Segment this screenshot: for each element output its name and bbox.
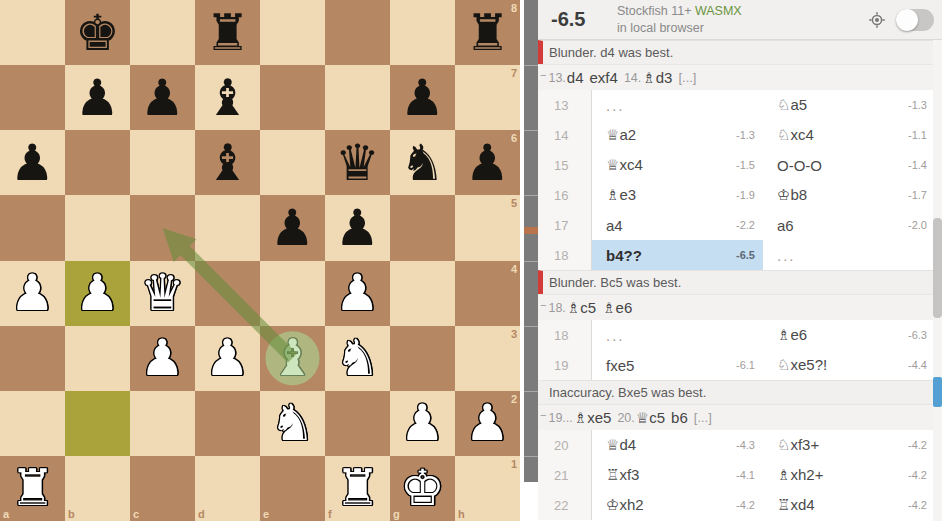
piece-white-f3[interactable]: ♞: [335, 333, 380, 383]
piece-white-g2[interactable]: ♟: [400, 398, 445, 448]
eval-gauge: [524, 0, 538, 521]
piece-black-d6[interactable]: ♝: [205, 138, 250, 188]
move-eval: -6.1: [736, 359, 755, 371]
variation-token: 13.: [548, 71, 565, 85]
variation-move[interactable]: ♗e6: [602, 299, 632, 317]
square-h4[interactable]: 4: [455, 261, 520, 326]
square-e5[interactable]: ♟: [260, 195, 325, 260]
file-label-f: f: [328, 508, 332, 520]
move-eval: -2.0: [908, 219, 927, 231]
rank-label-7: 7: [511, 67, 517, 79]
piece-black-a6[interactable]: ♟: [10, 138, 55, 188]
move-eval: -4.2: [908, 469, 927, 481]
gauge-tick: [524, 391, 538, 392]
white-move-cell[interactable]: b4??-6.5: [592, 240, 763, 270]
gauge-tick: [524, 130, 538, 131]
piece-white-h2[interactable]: ♟: [465, 398, 510, 448]
square-f5[interactable]: ♟: [325, 195, 390, 260]
square-f3[interactable]: ♞: [325, 326, 390, 391]
variation-token: [...]: [678, 70, 696, 85]
square-f2[interactable]: [325, 391, 390, 456]
black-move-cell[interactable]: ♗e6-6.3: [763, 320, 933, 350]
variation-token: 14.: [624, 71, 641, 85]
chess-board[interactable]: ♚♜♜8♟♟♝♟7♟♝♛♞♟6♟♟5♟♟♛♟4♟♟♝♞3♞♟♟2♜abcde♜f…: [0, 0, 520, 521]
scrollbar[interactable]: [933, 40, 942, 521]
collapse-dash: −: [540, 409, 546, 421]
variation-move[interactable]: ♗d3: [642, 69, 672, 87]
square-d2[interactable]: [195, 391, 260, 456]
move-san: fxe5: [606, 357, 634, 374]
rank-label-5: 5: [511, 197, 517, 209]
move-san: a6: [777, 217, 794, 234]
move-row: 22♔xh2-4.2♖xd4-4.2: [538, 490, 933, 520]
move-row: 18b4??-6.5...: [538, 240, 933, 270]
move-san: ♘xf3+: [777, 436, 819, 454]
move-san: a4: [606, 217, 623, 234]
black-move-cell[interactable]: ♔b8-1.7: [763, 180, 933, 210]
square-g5[interactable]: [390, 195, 455, 260]
piece-white-a1[interactable]: ♜: [10, 463, 55, 513]
move-eval: -6.5: [736, 249, 755, 261]
square-g3[interactable]: [390, 326, 455, 391]
rank-label-8: 8: [511, 2, 517, 14]
move-number: 18: [538, 240, 592, 270]
file-label-h: h: [458, 508, 465, 520]
square-e8[interactable]: [260, 0, 325, 65]
piece-black-f5[interactable]: ♟: [335, 203, 380, 253]
square-h2[interactable]: ♟2: [455, 391, 520, 456]
square-c1[interactable]: c: [130, 456, 195, 521]
square-b2[interactable]: [65, 391, 130, 456]
square-g2[interactable]: ♟: [390, 391, 455, 456]
square-d8[interactable]: ♜: [195, 0, 260, 65]
piece-white-f1[interactable]: ♜: [335, 463, 380, 513]
board-grid[interactable]: ♚♜♜8♟♟♝♟7♟♝♛♞♟6♟♟5♟♟♛♟4♟♟♝♞3♞♟♟2♜abcde♜f…: [0, 0, 520, 521]
engine-info: Stockfish 11+ WASMX in local browser: [617, 3, 867, 36]
piece-white-g1[interactable]: ♚: [400, 463, 445, 513]
square-e7[interactable]: [260, 65, 325, 130]
square-d6[interactable]: ♝: [195, 130, 260, 195]
white-move-cell[interactable]: fxe5-6.1: [592, 350, 763, 380]
move-number: 14: [538, 120, 592, 150]
square-a2[interactable]: [0, 391, 65, 456]
black-move-cell[interactable]: ...: [763, 240, 933, 270]
piece-black-h6[interactable]: ♟: [465, 138, 510, 188]
square-f7[interactable]: [325, 65, 390, 130]
square-c3[interactable]: ♟: [130, 326, 195, 391]
move-eval: -1.3: [908, 99, 927, 111]
piece-white-b4[interactable]: ♟: [75, 268, 120, 318]
variation-line[interactable]: −19...♗xe520.♕c5b6[...]: [538, 404, 933, 430]
square-a1[interactable]: ♜a: [0, 456, 65, 521]
rank-label-6: 6: [511, 132, 517, 144]
variation-line[interactable]: −18.♗c5♗e6: [538, 294, 933, 320]
piece-black-f6[interactable]: ♛: [335, 138, 380, 188]
piece-black-d8[interactable]: ♜: [205, 8, 250, 58]
square-h8[interactable]: ♜8: [455, 0, 520, 65]
square-c4[interactable]: ♛: [130, 261, 195, 326]
move-san: O-O-O: [777, 157, 822, 174]
move-row: 19fxe5-6.1♘xe5?!-4.4: [538, 350, 933, 380]
variation-token: 18.: [548, 301, 565, 315]
scrollbar-thumb-active[interactable]: [933, 377, 942, 407]
square-c6[interactable]: [130, 130, 195, 195]
black-move-cell[interactable]: ♖xd4-4.2: [763, 490, 933, 520]
move-number: 19: [538, 350, 592, 380]
gauge-tick: [524, 326, 538, 327]
rank-label-1: 1: [511, 458, 517, 470]
move-eval: -4.3: [736, 439, 755, 451]
variation-token: [...]: [694, 410, 712, 425]
eval-gauge-column: [520, 0, 538, 521]
gauge-tick: [524, 456, 538, 457]
square-g1[interactable]: ♚g: [390, 456, 455, 521]
black-move-cell[interactable]: ♘xf3+-4.2: [763, 430, 933, 460]
move-eval: -4.1: [736, 469, 755, 481]
variation-move[interactable]: ♕c5: [636, 409, 665, 427]
crosshair-icon[interactable]: [867, 10, 887, 30]
piece-white-d3[interactable]: ♟: [205, 333, 250, 383]
white-move-cell[interactable]: a4-2.2: [592, 210, 763, 240]
gauge-tick: [524, 65, 538, 66]
piece-white-a4[interactable]: ♟: [10, 268, 55, 318]
square-b3[interactable]: [65, 326, 130, 391]
move-san: b4??: [606, 247, 642, 264]
square-a7[interactable]: [0, 65, 65, 130]
move-eval: -1.7: [908, 189, 927, 201]
move-eval: -1.5: [736, 159, 755, 171]
move-number: 20: [538, 430, 592, 460]
square-g6[interactable]: ♞: [390, 130, 455, 195]
engine-name: Stockfish 11+: [617, 4, 691, 18]
piece-white-f4[interactable]: ♟: [335, 268, 380, 318]
black-move-cell[interactable]: O-O-O-1.4: [763, 150, 933, 180]
move-san: ♗e3: [606, 186, 636, 204]
move-san: ♗xh2+: [777, 466, 823, 484]
piece-black-g7[interactable]: ♟: [400, 73, 445, 123]
piece-white-e3[interactable]: ♝: [270, 333, 315, 383]
variation-token: 20.: [617, 411, 634, 425]
variation-move[interactable]: ♗xe5: [574, 409, 612, 427]
file-label-b: b: [68, 508, 75, 520]
move-san: ♗e6: [777, 326, 807, 344]
square-b1[interactable]: b: [65, 456, 130, 521]
toggle-knob[interactable]: [896, 9, 918, 31]
square-d1[interactable]: d: [195, 456, 260, 521]
gauge-white-section: [524, 482, 538, 521]
move-eval: -1.4: [908, 159, 927, 171]
black-move-cell[interactable]: ♘xe5?!-4.4: [763, 350, 933, 380]
piece-black-c7[interactable]: ♟: [140, 73, 185, 123]
annotation-comment-blunder: Blunder. d4 was best.: [538, 40, 933, 64]
move-eval: -4.2: [908, 499, 927, 511]
gauge-orange-tick: [524, 227, 538, 234]
gauge-tick: [524, 261, 538, 262]
file-label-e: e: [263, 508, 269, 520]
white-move-cell[interactable]: ♕d4-4.3: [592, 430, 763, 460]
move-list: Blunder. d4 was best.−13.d4exf414.♗d3[..…: [538, 40, 933, 521]
rank-label-4: 4: [511, 263, 517, 275]
collapse-dash: −: [540, 69, 546, 81]
square-f8[interactable]: [325, 0, 390, 65]
move-number: 22: [538, 490, 592, 520]
piece-white-e2[interactable]: ♞: [270, 398, 315, 448]
piece-black-g6[interactable]: ♞: [400, 138, 445, 188]
square-b5[interactable]: [65, 195, 130, 260]
move-san: ♘xe5?!: [777, 356, 827, 374]
piece-white-c3[interactable]: ♟: [140, 333, 185, 383]
square-c2[interactable]: [130, 391, 195, 456]
black-move-cell[interactable]: a6-2.0: [763, 210, 933, 240]
square-e2[interactable]: ♞: [260, 391, 325, 456]
black-move-cell[interactable]: ♗xh2+-4.2: [763, 460, 933, 490]
move-row: 17a4-2.2a6-2.0: [538, 210, 933, 240]
scrollbar-thumb[interactable]: [933, 218, 942, 318]
white-move-cell[interactable]: ♗e3-1.9: [592, 180, 763, 210]
move-row: 15♕xc4-1.5O-O-O-1.4: [538, 150, 933, 180]
square-e4[interactable]: [260, 261, 325, 326]
variation-move[interactable]: exf4: [590, 69, 618, 86]
move-number: 21: [538, 460, 592, 490]
white-move-cell[interactable]: ♕xc4-1.5: [592, 150, 763, 180]
move-eval: -1.1: [908, 129, 927, 141]
file-label-c: c: [133, 508, 139, 520]
move-row: 21♖xf3-4.1♗xh2+-4.2: [538, 460, 933, 490]
piece-black-e5[interactable]: ♟: [270, 203, 315, 253]
piece-black-d7[interactable]: ♝: [205, 73, 250, 123]
move-row: 20♕d4-4.3♘xf3+-4.2: [538, 430, 933, 460]
square-c8[interactable]: [130, 0, 195, 65]
white-move-cell[interactable]: ...: [592, 320, 763, 350]
engine-location: in local browser: [617, 20, 867, 36]
white-move-cell[interactable]: ♖xf3-4.1: [592, 460, 763, 490]
square-c5[interactable]: [130, 195, 195, 260]
move-row: 18...♗e6-6.3: [538, 320, 933, 350]
analysis-app: ♚♜♜8♟♟♝♟7♟♝♛♞♟6♟♟5♟♟♛♟4♟♟♝♞3♞♟♟2♜abcde♜f…: [0, 0, 942, 521]
piece-black-b7[interactable]: ♟: [75, 73, 120, 123]
engine-eval: -6.5: [551, 8, 603, 31]
move-eval: -4.4: [908, 359, 927, 371]
piece-black-b8[interactable]: ♚: [75, 8, 120, 58]
gauge-tick: [524, 195, 538, 196]
square-f4[interactable]: ♟: [325, 261, 390, 326]
white-move-cell[interactable]: ♕a2-1.3: [592, 120, 763, 150]
square-d3[interactable]: ♟: [195, 326, 260, 391]
variation-line[interactable]: −13.d4exf414.♗d3[...]: [538, 64, 933, 90]
square-h7[interactable]: 7: [455, 65, 520, 130]
square-a5[interactable]: [0, 195, 65, 260]
move-eval: -1.9: [736, 189, 755, 201]
move-san: ♔xh2: [606, 496, 644, 514]
move-number: 15: [538, 150, 592, 180]
square-g7[interactable]: ♟: [390, 65, 455, 130]
move-san: ♕a2: [606, 126, 636, 144]
move-eval: -6.3: [908, 329, 927, 341]
square-c7[interactable]: ♟: [130, 65, 195, 130]
move-san: ♘xc4: [777, 126, 814, 144]
square-f6[interactable]: ♛: [325, 130, 390, 195]
move-row: 16♗e3-1.9♔b8-1.7: [538, 180, 933, 210]
square-h1[interactable]: 1h: [455, 456, 520, 521]
header-icons: [867, 9, 934, 31]
move-san: ♖xd4: [777, 496, 815, 514]
engine-header: -6.5 Stockfish 11+ WASMX in local browse…: [538, 0, 942, 40]
black-move-cell[interactable]: ♘a5-1.3: [763, 90, 933, 120]
square-a4[interactable]: ♟: [0, 261, 65, 326]
move-san: ♖xf3: [606, 466, 639, 484]
move-row: 14♕a2-1.3♘xc4-1.1: [538, 120, 933, 150]
square-e6[interactable]: [260, 130, 325, 195]
square-d4[interactable]: [195, 261, 260, 326]
analysis-panel: -6.5 Stockfish 11+ WASMX in local browse…: [538, 0, 942, 521]
square-a8[interactable]: [0, 0, 65, 65]
move-row: 13...♘a5-1.3: [538, 90, 933, 120]
variation-move[interactable]: b6: [671, 409, 688, 426]
square-e1[interactable]: e: [260, 456, 325, 521]
square-d5[interactable]: [195, 195, 260, 260]
move-eval: -2.2: [736, 219, 755, 231]
annotation-comment-inaccuracy: Inaccuracy. Bxe5 was best.: [538, 380, 933, 404]
move-san: ♔b8: [777, 186, 807, 204]
move-eval: -4.2: [736, 499, 755, 511]
move-san: ♕d4: [606, 436, 636, 454]
square-h3[interactable]: 3: [455, 326, 520, 391]
move-number: 18: [538, 320, 592, 350]
white-move-cell[interactable]: ...: [592, 90, 763, 120]
engine-toggle[interactable]: [896, 9, 934, 31]
engine-tech-badge: WASMX: [695, 4, 742, 18]
file-label-g: g: [393, 508, 400, 520]
annotation-comment-blunder: Blunder. Bc5 was best.: [538, 270, 933, 294]
move-number: 13: [538, 90, 592, 120]
square-a3[interactable]: [0, 326, 65, 391]
square-g8[interactable]: [390, 0, 455, 65]
white-move-cell[interactable]: ♔xh2-4.2: [592, 490, 763, 520]
square-e3[interactable]: ♝: [260, 326, 325, 391]
square-h6[interactable]: ♟6: [455, 130, 520, 195]
variation-move[interactable]: ♗c5: [567, 299, 596, 317]
file-label-a: a: [3, 508, 9, 520]
square-d7[interactable]: ♝: [195, 65, 260, 130]
piece-black-h8[interactable]: ♜: [465, 8, 510, 58]
collapse-dash: −: [540, 299, 546, 311]
square-g4[interactable]: [390, 261, 455, 326]
variation-token: 19...: [548, 411, 572, 425]
move-number: 17: [538, 210, 592, 240]
move-san: ...: [606, 327, 625, 344]
move-eval: -1.3: [736, 129, 755, 141]
rank-label-2: 2: [511, 393, 517, 405]
square-b7[interactable]: ♟: [65, 65, 130, 130]
move-san: ...: [777, 247, 796, 264]
move-san: ...: [606, 97, 625, 114]
variation-move[interactable]: d4: [567, 69, 584, 86]
square-b6[interactable]: [65, 130, 130, 195]
rank-label-3: 3: [511, 328, 517, 340]
square-b8[interactable]: ♚: [65, 0, 130, 65]
square-b4[interactable]: ♟: [65, 261, 130, 326]
file-label-d: d: [198, 508, 205, 520]
square-a6[interactable]: ♟: [0, 130, 65, 195]
square-h5[interactable]: 5: [455, 195, 520, 260]
move-number: 16: [538, 180, 592, 210]
move-san: ♕xc4: [606, 156, 643, 174]
square-f1[interactable]: ♜f: [325, 456, 390, 521]
move-eval: -4.2: [908, 439, 927, 451]
move-san: ♘a5: [777, 96, 807, 114]
piece-white-c4[interactable]: ♛: [140, 268, 185, 318]
black-move-cell[interactable]: ♘xc4-1.1: [763, 120, 933, 150]
